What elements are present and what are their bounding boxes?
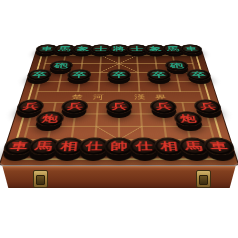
piece-red-soldier[interactable]: 兵: [193, 100, 223, 114]
piece-glyph: 卒: [151, 69, 166, 80]
piece-glyph: 象: [148, 44, 162, 53]
piece-green-soldier[interactable]: 卒: [66, 69, 91, 80]
piece-glyph: 兵: [198, 100, 217, 114]
piece-green-cannon[interactable]: 砲: [49, 60, 74, 70]
piece-glyph: 馬: [34, 137, 55, 155]
piece-red-chariot[interactable]: 車: [202, 137, 237, 155]
piece-green-chariot[interactable]: 車: [179, 44, 203, 53]
piece-glyph: 象: [76, 44, 90, 53]
piece-red-cannon[interactable]: 炮: [34, 111, 64, 126]
piece-grid: 車馬象士將士象馬車砲砲卒卒卒卒卒兵兵兵兵兵炮炮車馬相仕帥仕相馬車: [6, 52, 233, 162]
piece-green-soldier[interactable]: 卒: [107, 69, 131, 80]
piece-green-cannon[interactable]: 砲: [164, 60, 189, 70]
piece-glyph: 車: [39, 44, 54, 53]
piece-glyph: 帥: [110, 137, 127, 155]
piece-glyph: 將: [113, 44, 126, 53]
piece-glyph: 炮: [179, 111, 198, 126]
piece-red-soldier[interactable]: 兵: [106, 100, 133, 114]
scene: 楚 河 漢 界 車馬象士將士象馬車砲砲卒卒卒卒卒兵兵兵兵兵炮炮車馬相仕帥仕相馬車: [0, 0, 238, 238]
piece-glyph: 士: [94, 44, 107, 53]
piece-green-soldier[interactable]: 卒: [26, 69, 53, 80]
piece-glyph: 相: [59, 137, 79, 155]
piece-glyph: 馬: [184, 137, 205, 155]
piece-red-soldier[interactable]: 兵: [150, 100, 178, 114]
xiangqi-board[interactable]: 楚 河 漢 界 車馬象士將士象馬車砲砲卒卒卒卒卒兵兵兵兵兵炮炮車馬相仕帥仕相馬車: [0, 50, 238, 165]
piece-glyph: 馬: [166, 44, 180, 53]
piece-glyph: 仕: [85, 137, 103, 155]
piece-green-soldier[interactable]: 卒: [146, 69, 171, 80]
piece-glyph: 兵: [66, 100, 83, 114]
product-photo-frame: 楚 河 漢 界 車馬象士將士象馬車砲砲卒卒卒卒卒兵兵兵兵兵炮炮車馬相仕帥仕相馬車: [0, 0, 238, 238]
piece-glyph: 兵: [21, 100, 40, 114]
piece-glyph: 仕: [135, 137, 153, 155]
piece-glyph: 兵: [111, 100, 126, 114]
piece-glyph: 炮: [40, 111, 59, 126]
piece-glyph: 車: [184, 44, 199, 53]
brass-clasp-right: [196, 170, 211, 188]
piece-red-cannon[interactable]: 炮: [173, 111, 203, 126]
piece-glyph: 卒: [190, 69, 207, 80]
piece-red-soldier[interactable]: 兵: [60, 100, 88, 114]
piece-glyph: 卒: [31, 69, 48, 80]
piece-glyph: 砲: [169, 60, 184, 70]
brass-clasp-left: [33, 170, 48, 188]
piece-glyph: 馬: [58, 44, 72, 53]
piece-glyph: 士: [131, 44, 144, 53]
piece-glyph: 兵: [155, 100, 172, 114]
piece-glyph: 砲: [53, 60, 68, 70]
piece-glyph: 卒: [112, 69, 126, 80]
piece-glyph: 相: [159, 137, 179, 155]
piece-glyph: 卒: [71, 69, 86, 80]
piece-glyph: 車: [8, 137, 30, 155]
piece-glyph: 車: [208, 137, 230, 155]
